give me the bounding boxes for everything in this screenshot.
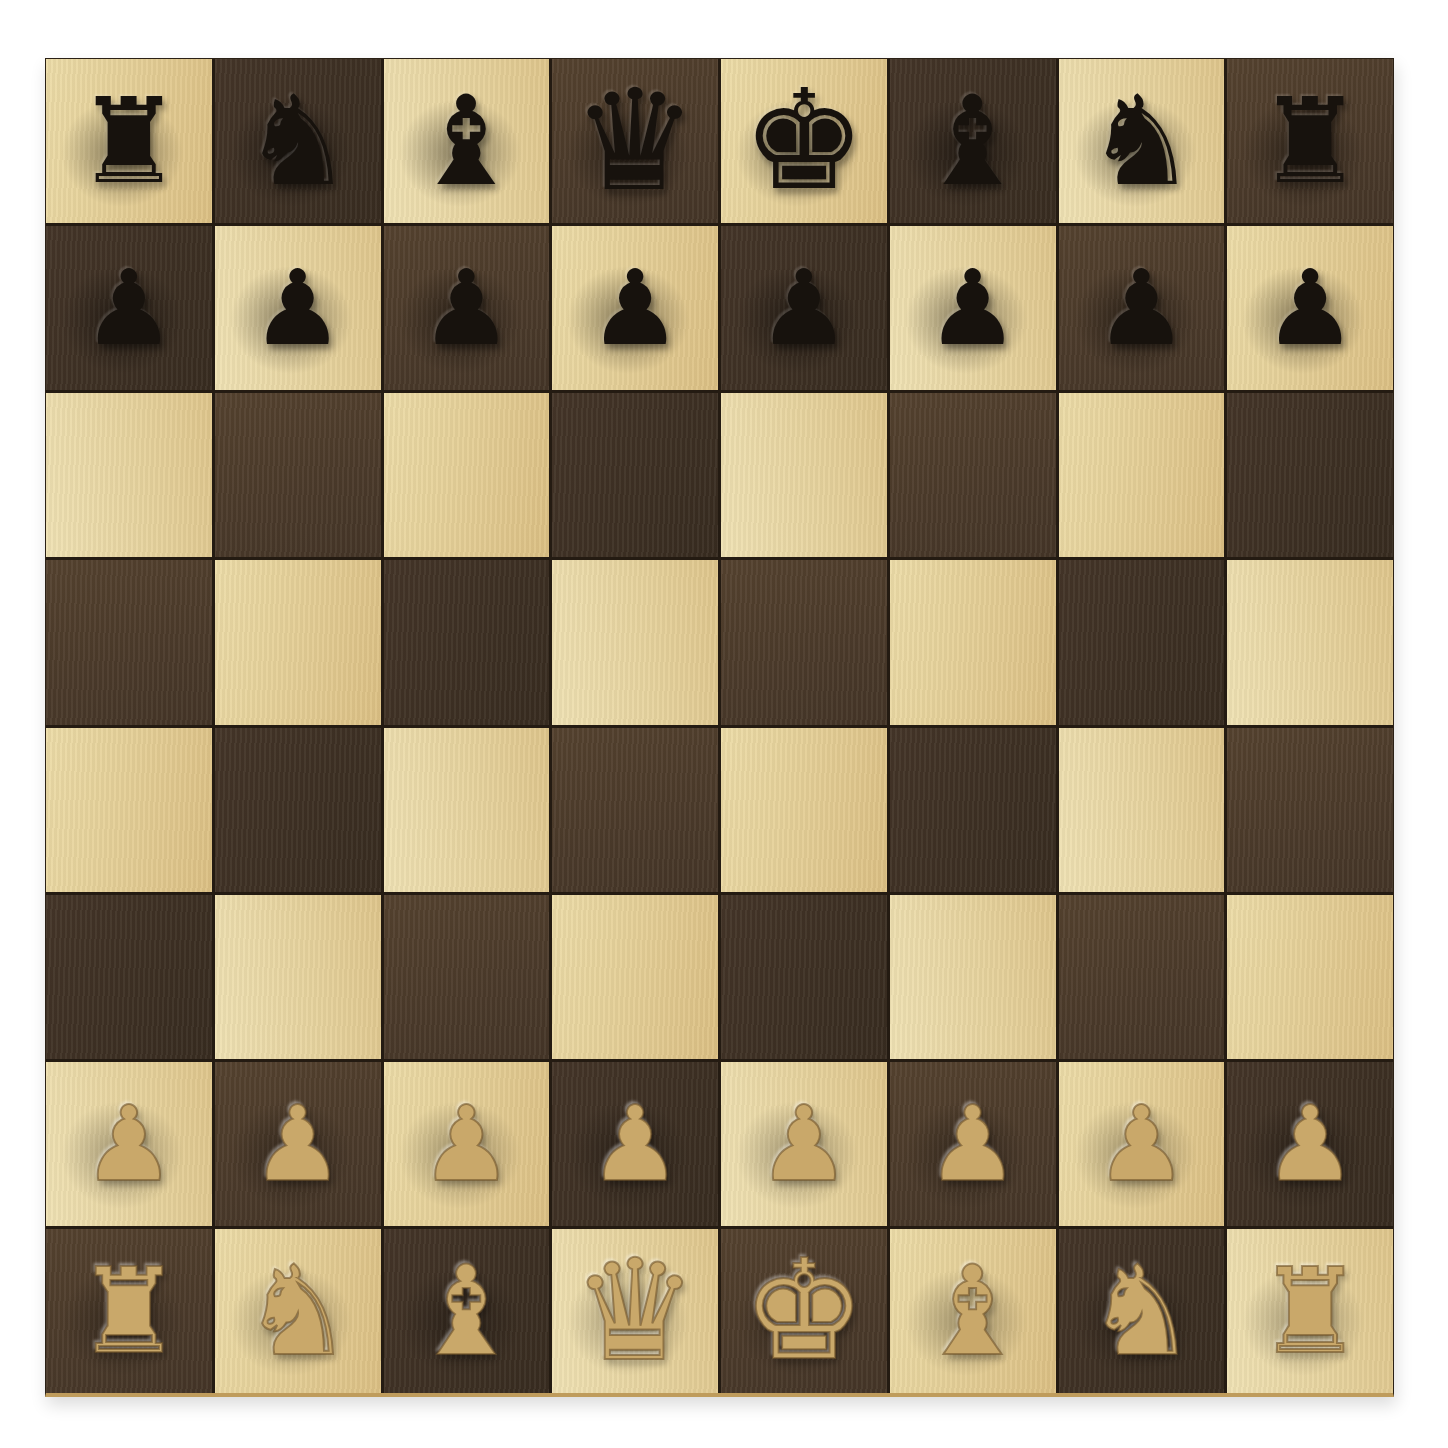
square-h2[interactable]: ♟	[1227, 1062, 1393, 1226]
piece-black-pawn-d7[interactable]: ♟	[552, 226, 718, 390]
square-a7[interactable]: ♟	[46, 226, 212, 390]
piece-white-pawn-h2[interactable]: ♟	[1227, 1062, 1393, 1226]
square-e7[interactable]: ♟	[721, 226, 887, 390]
square-h8[interactable]: ♜	[1227, 59, 1393, 223]
square-b1[interactable]: ♞	[215, 1229, 381, 1393]
square-c2[interactable]: ♟	[384, 1062, 550, 1226]
square-h6[interactable]	[1227, 393, 1393, 557]
piece-black-bishop-c8[interactable]: ♝	[384, 59, 550, 223]
square-b8[interactable]: ♞	[215, 59, 381, 223]
piece-black-pawn-h7[interactable]: ♟	[1227, 226, 1393, 390]
piece-white-bishop-f1[interactable]: ♝	[890, 1229, 1056, 1393]
square-a6[interactable]	[46, 393, 212, 557]
square-b3[interactable]	[215, 895, 381, 1059]
square-f5[interactable]	[890, 560, 1056, 724]
piece-white-pawn-c2[interactable]: ♟	[384, 1062, 550, 1226]
square-f6[interactable]	[890, 393, 1056, 557]
piece-white-bishop-c1[interactable]: ♝	[384, 1229, 550, 1393]
square-d5[interactable]	[552, 560, 718, 724]
square-h1[interactable]: ♜	[1227, 1229, 1393, 1393]
square-d2[interactable]: ♟	[552, 1062, 718, 1226]
piece-white-pawn-g2[interactable]: ♟	[1059, 1062, 1225, 1226]
chess-board: ♜♞♝♛♚♝♞♜♟♟♟♟♟♟♟♟♟♟♟♟♟♟♟♟♜♞♝♛♚♝♞♜	[45, 58, 1394, 1397]
square-b2[interactable]: ♟	[215, 1062, 381, 1226]
square-e1[interactable]: ♚	[721, 1229, 887, 1393]
square-e5[interactable]	[721, 560, 887, 724]
square-g5[interactable]	[1059, 560, 1225, 724]
piece-white-rook-h1[interactable]: ♜	[1227, 1229, 1393, 1393]
square-d7[interactable]: ♟	[552, 226, 718, 390]
square-e2[interactable]: ♟	[721, 1062, 887, 1226]
piece-black-rook-h8[interactable]: ♜	[1227, 59, 1393, 223]
square-a3[interactable]	[46, 895, 212, 1059]
square-b5[interactable]	[215, 560, 381, 724]
piece-black-pawn-c7[interactable]: ♟	[384, 226, 550, 390]
square-c3[interactable]	[384, 895, 550, 1059]
square-g3[interactable]	[1059, 895, 1225, 1059]
product-photo-canvas: ♜♞♝♛♚♝♞♜♟♟♟♟♟♟♟♟♟♟♟♟♟♟♟♟♜♞♝♛♚♝♞♜	[0, 0, 1448, 1448]
square-d3[interactable]	[552, 895, 718, 1059]
piece-black-knight-b8[interactable]: ♞	[215, 59, 381, 223]
square-d6[interactable]	[552, 393, 718, 557]
square-a2[interactable]: ♟	[46, 1062, 212, 1226]
square-c4[interactable]	[384, 728, 550, 892]
piece-white-knight-g1[interactable]: ♞	[1059, 1229, 1225, 1393]
square-d8[interactable]: ♛	[552, 59, 718, 223]
square-g1[interactable]: ♞	[1059, 1229, 1225, 1393]
square-a1[interactable]: ♜	[46, 1229, 212, 1393]
square-b6[interactable]	[215, 393, 381, 557]
square-f3[interactable]	[890, 895, 1056, 1059]
piece-black-pawn-f7[interactable]: ♟	[890, 226, 1056, 390]
square-g6[interactable]	[1059, 393, 1225, 557]
square-e3[interactable]	[721, 895, 887, 1059]
square-f2[interactable]: ♟	[890, 1062, 1056, 1226]
square-a4[interactable]	[46, 728, 212, 892]
square-c1[interactable]: ♝	[384, 1229, 550, 1393]
piece-white-pawn-f2[interactable]: ♟	[890, 1062, 1056, 1226]
square-f7[interactable]: ♟	[890, 226, 1056, 390]
piece-white-queen-d1[interactable]: ♛	[552, 1229, 718, 1393]
piece-black-bishop-f8[interactable]: ♝	[890, 59, 1056, 223]
piece-black-pawn-e7[interactable]: ♟	[721, 226, 887, 390]
piece-white-pawn-b2[interactable]: ♟	[215, 1062, 381, 1226]
square-b7[interactable]: ♟	[215, 226, 381, 390]
piece-white-rook-a1[interactable]: ♜	[46, 1229, 212, 1393]
square-e4[interactable]	[721, 728, 887, 892]
piece-white-king-e1[interactable]: ♚	[721, 1229, 887, 1393]
piece-white-pawn-e2[interactable]: ♟	[721, 1062, 887, 1226]
square-g8[interactable]: ♞	[1059, 59, 1225, 223]
square-b4[interactable]	[215, 728, 381, 892]
square-a5[interactable]	[46, 560, 212, 724]
square-c7[interactable]: ♟	[384, 226, 550, 390]
square-g4[interactable]	[1059, 728, 1225, 892]
square-e8[interactable]: ♚	[721, 59, 887, 223]
square-d4[interactable]	[552, 728, 718, 892]
piece-black-pawn-a7[interactable]: ♟	[46, 226, 212, 390]
square-e6[interactable]	[721, 393, 887, 557]
piece-black-queen-d8[interactable]: ♛	[552, 59, 718, 223]
square-h5[interactable]	[1227, 560, 1393, 724]
square-c8[interactable]: ♝	[384, 59, 550, 223]
square-f8[interactable]: ♝	[890, 59, 1056, 223]
piece-black-king-e8[interactable]: ♚	[721, 59, 887, 223]
square-c5[interactable]	[384, 560, 550, 724]
square-a8[interactable]: ♜	[46, 59, 212, 223]
piece-white-pawn-d2[interactable]: ♟	[552, 1062, 718, 1226]
square-d1[interactable]: ♛	[552, 1229, 718, 1393]
piece-white-knight-b1[interactable]: ♞	[215, 1229, 381, 1393]
piece-black-knight-g8[interactable]: ♞	[1059, 59, 1225, 223]
square-c6[interactable]	[384, 393, 550, 557]
square-h3[interactable]	[1227, 895, 1393, 1059]
piece-black-rook-a8[interactable]: ♜	[46, 59, 212, 223]
square-f1[interactable]: ♝	[890, 1229, 1056, 1393]
piece-black-pawn-b7[interactable]: ♟	[215, 226, 381, 390]
square-g2[interactable]: ♟	[1059, 1062, 1225, 1226]
square-h7[interactable]: ♟	[1227, 226, 1393, 390]
piece-white-pawn-a2[interactable]: ♟	[46, 1062, 212, 1226]
square-g7[interactable]: ♟	[1059, 226, 1225, 390]
square-f4[interactable]	[890, 728, 1056, 892]
piece-black-pawn-g7[interactable]: ♟	[1059, 226, 1225, 390]
square-h4[interactable]	[1227, 728, 1393, 892]
